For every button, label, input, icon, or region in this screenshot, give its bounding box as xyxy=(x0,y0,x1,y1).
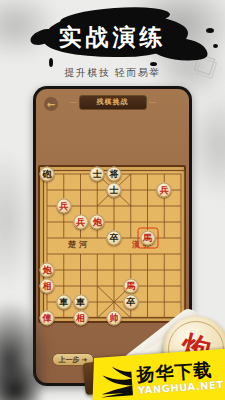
piece-character: 炮 xyxy=(93,218,102,227)
xiangqi-piece[interactable]: 車 xyxy=(56,295,71,310)
xiangqi-piece[interactable]: 馬 xyxy=(123,279,138,294)
xiangqi-piece[interactable]: 帅 xyxy=(107,311,122,326)
xiangqi-piece[interactable]: 卒 xyxy=(107,231,122,246)
piece-character: 士 xyxy=(110,186,119,195)
piece-character: 俥 xyxy=(43,314,52,323)
back-arrow-icon: ← xyxy=(47,99,55,110)
piece-character: 相 xyxy=(43,282,52,291)
undo-button-label: 上一步 xyxy=(59,355,80,365)
piece-character: 車 xyxy=(59,298,68,307)
piece-character: 車 xyxy=(76,298,85,307)
piece-character: 兵 xyxy=(160,186,169,195)
piece-character: 卒 xyxy=(126,298,135,307)
xiangqi-piece[interactable]: 俥 xyxy=(40,311,55,326)
piece-character: 兵 xyxy=(59,202,68,211)
back-button[interactable]: ← xyxy=(44,97,58,111)
piece-character: 士 xyxy=(93,170,102,179)
xiangqi-piece[interactable]: 兵 xyxy=(157,183,172,198)
piece-character: 砲 xyxy=(43,170,52,179)
screenshot-root: 实战演练 提升棋技 轻而易举 ← 残棋挑战 xyxy=(0,0,225,400)
xiangqi-piece[interactable]: 士 xyxy=(107,183,122,198)
watermark-banner[interactable]: 扬华下载 YANGHUA.NET xyxy=(92,348,225,400)
xiangqi-piece[interactable]: 卒 xyxy=(123,295,138,310)
piece-character: 将 xyxy=(110,170,119,179)
yanghua-logo-icon xyxy=(98,364,134,400)
xiangqi-board[interactable]: 楚河 漢界 砲士将士兵兵兵炮卒馬炮相馬車車卒俥相帅 xyxy=(38,165,186,323)
xiangqi-piece[interactable]: 兵 xyxy=(56,199,71,214)
piece-character: 兵 xyxy=(76,218,85,227)
ink-smoke-decoration xyxy=(0,150,35,290)
page-title: 实战演练 xyxy=(0,22,225,53)
piece-character: 馬 xyxy=(126,282,135,291)
piece-character: 馬 xyxy=(143,234,152,243)
xiangqi-piece[interactable]: 砲 xyxy=(40,167,55,182)
xiangqi-piece[interactable]: 相 xyxy=(40,279,55,294)
xiangqi-piece[interactable]: 兵 xyxy=(73,215,88,230)
xiangqi-piece[interactable]: 車 xyxy=(73,295,88,310)
piece-character: 相 xyxy=(76,314,85,323)
xiangqi-piece[interactable]: 炮 xyxy=(40,263,55,278)
piece-character: 帅 xyxy=(110,314,119,323)
xiangqi-piece[interactable]: 相 xyxy=(73,311,88,326)
piece-character: 卒 xyxy=(110,234,119,243)
xiangqi-piece[interactable]: 士 xyxy=(90,167,105,182)
piece-character: 炮 xyxy=(43,266,52,275)
page-subtitle: 提升棋技 轻而易举 xyxy=(0,66,225,80)
stage-title-plaque: 残棋挑战 xyxy=(79,95,147,110)
xiangqi-piece[interactable]: 将 xyxy=(107,167,122,182)
xiangqi-piece[interactable]: 馬 xyxy=(140,231,155,246)
xiangqi-piece[interactable]: 炮 xyxy=(90,215,105,230)
